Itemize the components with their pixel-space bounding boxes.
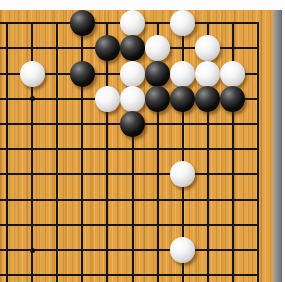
- white-stone[interactable]: [120, 61, 145, 87]
- black-stone[interactable]: [220, 86, 245, 112]
- white-stone[interactable]: [170, 10, 195, 36]
- white-stone[interactable]: [170, 237, 195, 263]
- board-point: [220, 61, 245, 86]
- go-board[interactable]: [0, 0, 285, 282]
- black-stone[interactable]: [70, 10, 95, 36]
- board-point: [20, 61, 45, 86]
- board-point: [170, 162, 195, 187]
- stones-layer: [0, 11, 270, 282]
- white-stone[interactable]: [195, 61, 220, 87]
- black-stone[interactable]: [170, 86, 195, 112]
- white-stone[interactable]: [170, 61, 195, 87]
- board-point: [195, 36, 220, 61]
- board-point: [70, 61, 95, 86]
- board-point: [220, 86, 245, 111]
- board-point: [170, 237, 195, 262]
- board-point: [145, 61, 170, 86]
- board-point: [120, 61, 145, 86]
- white-stone[interactable]: [220, 61, 245, 87]
- board-point: [145, 86, 170, 111]
- board-point: [145, 36, 170, 61]
- board-point: [195, 86, 220, 111]
- black-stone[interactable]: [195, 86, 220, 112]
- black-stone[interactable]: [145, 86, 170, 112]
- black-stone[interactable]: [145, 61, 170, 87]
- white-stone[interactable]: [145, 35, 170, 61]
- black-stone[interactable]: [95, 35, 120, 61]
- black-stone[interactable]: [70, 61, 95, 87]
- board-point: [95, 36, 120, 61]
- white-stone[interactable]: [120, 86, 145, 112]
- board-point: [170, 86, 195, 111]
- white-stone[interactable]: [20, 61, 45, 87]
- board-point: [195, 61, 220, 86]
- board-point: [170, 11, 195, 36]
- board-point: [120, 86, 145, 111]
- white-stone[interactable]: [170, 161, 195, 187]
- board-point: [95, 86, 120, 111]
- board-point: [170, 61, 195, 86]
- board-point: [120, 111, 145, 136]
- white-stone[interactable]: [195, 35, 220, 61]
- white-stone[interactable]: [95, 86, 120, 112]
- black-stone[interactable]: [120, 111, 145, 137]
- board-point: [70, 11, 95, 36]
- board-right-edge-shadow: [273, 10, 282, 282]
- board-point: [120, 36, 145, 61]
- black-stone[interactable]: [120, 35, 145, 61]
- board-point: [120, 11, 145, 36]
- white-stone[interactable]: [120, 10, 145, 36]
